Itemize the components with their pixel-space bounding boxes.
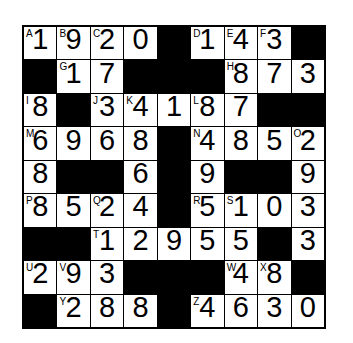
cell-digit: 6 <box>233 295 249 322</box>
cell-digit: 3 <box>300 194 316 221</box>
cell-r8c8[interactable]: X8 <box>258 261 290 293</box>
cell-r4c8[interactable]: 5 <box>258 127 290 159</box>
cell-digit: 3 <box>266 295 282 322</box>
block-r7c2 <box>57 228 89 260</box>
block-r4c5 <box>158 127 190 159</box>
cell-digit: 5 <box>266 127 282 154</box>
cell-digit: 5 <box>233 228 249 255</box>
cell-digit: 2 <box>99 194 115 221</box>
clue-label: M <box>26 129 34 139</box>
cell-r4c2[interactable]: 9 <box>57 127 89 159</box>
block-r3c8 <box>258 94 290 126</box>
cell-digit: 9 <box>66 27 82 54</box>
cell-digit: 7 <box>233 94 249 121</box>
clue-label: R <box>193 196 200 206</box>
clue-label: X <box>260 263 267 273</box>
cell-r6c1[interactable]: P8 <box>24 194 56 226</box>
cell-r4c1[interactable]: M6 <box>24 127 56 159</box>
block-r1c9 <box>292 27 324 59</box>
cell-digit: 3 <box>99 261 115 288</box>
clue-label: S <box>227 196 234 206</box>
cell-r2c9[interactable]: 3 <box>292 60 324 92</box>
clue-label: G <box>59 62 67 72</box>
cell-digit: 1 <box>66 60 82 87</box>
cell-digit: 0 <box>266 194 282 221</box>
cell-r8c1[interactable]: U2 <box>24 261 56 293</box>
cell-r3c7[interactable]: 7 <box>225 94 257 126</box>
block-r6c5 <box>158 194 190 226</box>
cell-digit: 6 <box>99 127 115 154</box>
cell-r9c8[interactable]: 3 <box>258 295 290 327</box>
block-r2c5 <box>158 60 190 92</box>
block-r5c2 <box>57 161 89 193</box>
cell-digit: 2 <box>66 295 82 322</box>
clue-label: N <box>193 129 200 139</box>
cell-digit: 3 <box>266 27 282 54</box>
cell-r1c8[interactable]: F3 <box>258 27 290 59</box>
cell-r1c7[interactable]: E4 <box>225 27 257 59</box>
block-r8c5 <box>158 261 190 293</box>
clue-label: C <box>93 29 100 39</box>
cell-r7c6[interactable]: 5 <box>191 228 223 260</box>
cell-digit: 4 <box>233 27 249 54</box>
block-r2c4 <box>124 60 156 92</box>
clue-label: T <box>93 230 99 240</box>
cell-digit: 9 <box>66 261 82 288</box>
cell-r9c2[interactable]: Y2 <box>57 295 89 327</box>
cell-digit: 2 <box>32 261 48 288</box>
cell-digit: 9 <box>166 228 182 255</box>
crossnumber-board: A1B9C20D1E4F3G17H873I8J3K41L87M6968N485O… <box>22 25 326 329</box>
cell-r7c5[interactable]: 9 <box>158 228 190 260</box>
clue-label: A <box>26 29 33 39</box>
clue-label: Q <box>93 196 101 206</box>
cell-r5c9[interactable]: 9 <box>292 161 324 193</box>
cell-r7c3[interactable]: T1 <box>91 228 123 260</box>
cell-digit: 8 <box>32 94 48 121</box>
cell-r3c3[interactable]: J3 <box>91 94 123 126</box>
cell-r8c7[interactable]: W4 <box>225 261 257 293</box>
cell-digit: 1 <box>233 194 249 221</box>
cell-digit: 7 <box>266 60 282 87</box>
clue-label: F <box>260 29 266 39</box>
cell-r9c7[interactable]: 6 <box>225 295 257 327</box>
block-r2c6 <box>191 60 223 92</box>
cell-digit: 8 <box>32 194 48 221</box>
cell-r7c9[interactable]: 3 <box>292 228 324 260</box>
cell-r4c6[interactable]: N4 <box>191 127 223 159</box>
cell-r3c4[interactable]: K4 <box>124 94 156 126</box>
cell-r2c8[interactable]: 7 <box>258 60 290 92</box>
block-r7c8 <box>258 228 290 260</box>
cell-digit: 3 <box>300 60 316 87</box>
cell-digit: 8 <box>233 127 249 154</box>
cell-digit: 8 <box>199 94 215 121</box>
cell-r1c4[interactable]: 0 <box>124 27 156 59</box>
cell-digit: 5 <box>199 194 215 221</box>
cell-r5c6[interactable]: 9 <box>191 161 223 193</box>
cell-r8c3[interactable]: 3 <box>91 261 123 293</box>
puzzle-page: A1B9C20D1E4F3G17H873I8J3K41L87M6968N485O… <box>0 0 353 343</box>
block-r8c4 <box>124 261 156 293</box>
cell-digit: 4 <box>199 127 215 154</box>
cell-r4c4[interactable]: 8 <box>124 127 156 159</box>
clue-label: B <box>59 29 66 39</box>
clue-label: H <box>227 62 234 72</box>
cell-r4c9[interactable]: O2 <box>292 127 324 159</box>
cell-r1c2[interactable]: B9 <box>57 27 89 59</box>
cell-digit: 9 <box>66 127 82 154</box>
block-r5c7 <box>225 161 257 193</box>
cell-r1c1[interactable]: A1 <box>24 27 56 59</box>
cell-digit: 8 <box>32 161 48 188</box>
cell-r9c3[interactable]: 8 <box>91 295 123 327</box>
clue-label: D <box>193 29 200 39</box>
clue-label: P <box>26 196 33 206</box>
clue-label: U <box>26 263 33 273</box>
cell-r6c7[interactable]: S1 <box>225 194 257 226</box>
cell-digit: 5 <box>66 194 82 221</box>
block-r3c9 <box>292 94 324 126</box>
cell-r2c2[interactable]: G1 <box>57 60 89 92</box>
cell-r6c3[interactable]: Q2 <box>91 194 123 226</box>
clue-label: W <box>227 263 236 273</box>
cell-digit: 3 <box>300 228 316 255</box>
cell-r3c1[interactable]: I8 <box>24 94 56 126</box>
clue-label: K <box>126 96 133 106</box>
cell-digit: 8 <box>233 60 249 87</box>
cell-r7c7[interactable]: 5 <box>225 228 257 260</box>
cell-r6c2[interactable]: 5 <box>57 194 89 226</box>
cell-digit: 6 <box>32 127 48 154</box>
cell-digit: 4 <box>132 94 148 121</box>
cell-r9c9[interactable]: 0 <box>292 295 324 327</box>
cell-digit: 8 <box>266 261 282 288</box>
cell-digit: 1 <box>32 27 48 54</box>
cell-r6c6[interactable]: R5 <box>191 194 223 226</box>
clue-label: I <box>26 96 29 106</box>
clue-label: O <box>294 129 302 139</box>
cell-digit: 8 <box>132 127 148 154</box>
cell-r5c4[interactable]: 6 <box>124 161 156 193</box>
cell-r4c7[interactable]: 8 <box>225 127 257 159</box>
cell-r9c6[interactable]: Z4 <box>191 295 223 327</box>
cell-digit: 8 <box>132 295 148 322</box>
clue-label: J <box>93 96 98 106</box>
cell-r2c7[interactable]: H8 <box>225 60 257 92</box>
clue-label: V <box>59 263 66 273</box>
cell-digit: 1 <box>199 27 215 54</box>
cell-digit: 9 <box>199 161 215 188</box>
cell-digit: 2 <box>99 27 115 54</box>
cell-digit: 2 <box>132 228 148 255</box>
cell-digit: 5 <box>199 228 215 255</box>
block-r9c5 <box>158 295 190 327</box>
cell-r1c6[interactable]: D1 <box>191 27 223 59</box>
cell-digit: 1 <box>166 94 182 121</box>
clue-label: L <box>193 96 199 106</box>
cell-r3c6[interactable]: L8 <box>191 94 223 126</box>
block-r3c2 <box>57 94 89 126</box>
block-r9c1 <box>24 295 56 327</box>
cell-digit: 0 <box>300 295 316 322</box>
cell-r6c4[interactable]: 4 <box>124 194 156 226</box>
cell-digit: 2 <box>300 127 316 154</box>
block-r7c1 <box>24 228 56 260</box>
clue-label: Y <box>59 297 66 307</box>
cell-digit: 4 <box>199 295 215 322</box>
cell-digit: 4 <box>132 194 148 221</box>
cell-r9c4[interactable]: 8 <box>124 295 156 327</box>
cell-r4c3[interactable]: 6 <box>91 127 123 159</box>
cell-r6c8[interactable]: 0 <box>258 194 290 226</box>
cell-digit: 1 <box>99 228 115 255</box>
cell-digit: 8 <box>99 295 115 322</box>
cell-r2c3[interactable]: 7 <box>91 60 123 92</box>
cell-r1c3[interactable]: C2 <box>91 27 123 59</box>
block-r5c5 <box>158 161 190 193</box>
cell-digit: 3 <box>99 94 115 121</box>
cell-digit: 0 <box>132 27 148 54</box>
clue-label: E <box>227 29 234 39</box>
cell-r6c9[interactable]: 3 <box>292 194 324 226</box>
cell-digit: 7 <box>99 60 115 87</box>
block-r1c5 <box>158 27 190 59</box>
cell-r5c1[interactable]: 8 <box>24 161 56 193</box>
block-r8c6 <box>191 261 223 293</box>
cell-r3c5[interactable]: 1 <box>158 94 190 126</box>
block-r5c3 <box>91 161 123 193</box>
block-r2c1 <box>24 60 56 92</box>
cell-digit: 6 <box>132 161 148 188</box>
block-r8c9 <box>292 261 324 293</box>
cell-r7c4[interactable]: 2 <box>124 228 156 260</box>
clue-label: Z <box>193 297 199 307</box>
block-r5c8 <box>258 161 290 193</box>
cell-digit: 9 <box>300 161 316 188</box>
cell-r8c2[interactable]: V9 <box>57 261 89 293</box>
